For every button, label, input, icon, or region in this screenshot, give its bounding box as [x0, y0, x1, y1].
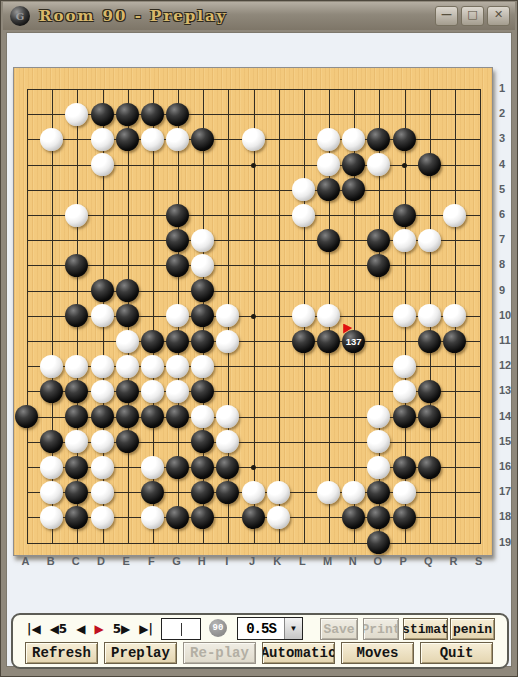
save-button[interactable]: Save [320, 618, 358, 640]
stone-white [393, 304, 416, 327]
column-label: G [169, 555, 185, 567]
stone-white [191, 229, 214, 252]
stone-black [166, 456, 189, 479]
playback-last-button[interactable]: ▶| [139, 620, 153, 638]
stone-black [191, 380, 214, 403]
column-label: L [294, 555, 310, 567]
stone-white [141, 456, 164, 479]
stone-black [393, 456, 416, 479]
move-number-input[interactable] [161, 618, 201, 640]
moves-button[interactable]: Moves [341, 642, 414, 664]
stone-white [141, 506, 164, 529]
action-buttons-row: RefreshPreplayRe-playAutomaticMovesQuit [25, 642, 493, 664]
refresh-button[interactable]: Refresh [25, 642, 98, 664]
row-label: 16 [499, 460, 511, 472]
stone-white [91, 456, 114, 479]
column-label: Q [420, 555, 436, 567]
round-badge: 90 [209, 619, 227, 637]
stone-white [443, 204, 466, 227]
stone-white [91, 304, 114, 327]
stone-white [191, 355, 214, 378]
star-point [251, 314, 256, 319]
row-label: 3 [499, 132, 505, 144]
row-label: 17 [499, 485, 511, 497]
stone-white [393, 481, 416, 504]
playback-back-5-button[interactable]: ◀5 [50, 620, 68, 638]
stone-black [393, 204, 416, 227]
stone-white [292, 304, 315, 327]
preplay-button[interactable]: Preplay [104, 642, 177, 664]
column-label: M [320, 555, 336, 567]
maximize-button[interactable]: □ [461, 6, 484, 26]
column-label: K [269, 555, 285, 567]
window-title: Room 90 - Preplay [39, 7, 227, 25]
stimat-button[interactable]: stimat [403, 618, 448, 640]
delay-value: 0.5S [238, 618, 284, 639]
row-label: 2 [499, 107, 505, 119]
column-label: B [43, 555, 59, 567]
quit-button[interactable]: Quit [420, 642, 493, 664]
stone-black [367, 531, 390, 554]
row-label: 11 [499, 334, 511, 346]
stone-black [65, 456, 88, 479]
stone-white [40, 128, 63, 151]
stone-black [418, 456, 441, 479]
column-label: C [68, 555, 84, 567]
stone-black [393, 128, 416, 151]
stone-black [166, 405, 189, 428]
stone-black [418, 330, 441, 353]
row-label: 15 [499, 435, 511, 447]
stone-white [242, 481, 265, 504]
stone-black [166, 229, 189, 252]
column-label: F [143, 555, 159, 567]
stone-white [418, 229, 441, 252]
row-label: 18 [499, 510, 511, 522]
stone-black [141, 405, 164, 428]
stone-black [141, 103, 164, 126]
stone-white [40, 506, 63, 529]
stone-black [418, 153, 441, 176]
row-label: 7 [499, 233, 505, 245]
row-label: 14 [499, 410, 511, 422]
stone-black [393, 506, 416, 529]
column-label: H [194, 555, 210, 567]
stone-black [317, 229, 340, 252]
stone-white [91, 355, 114, 378]
stone-black [191, 481, 214, 504]
stone-white [91, 128, 114, 151]
stone-black [418, 405, 441, 428]
stone-white [317, 481, 340, 504]
window-controls: — □ ✕ [435, 6, 510, 26]
stone-white [267, 481, 290, 504]
stone-white [292, 178, 315, 201]
stone-white [418, 304, 441, 327]
stone-black [367, 229, 390, 252]
row-label: 19 [499, 536, 511, 548]
row-label: 13 [499, 384, 511, 396]
go-board[interactable]: 137 [13, 67, 493, 556]
stone-white [166, 355, 189, 378]
title-bar[interactable]: G Room 90 - Preplay — □ ✕ [3, 2, 515, 30]
star-point [251, 163, 256, 168]
column-label: I [219, 555, 235, 567]
row-label: 8 [499, 258, 505, 270]
stone-black [342, 506, 365, 529]
row-label: 5 [499, 183, 505, 195]
stone-black [317, 330, 340, 353]
stone-white [40, 481, 63, 504]
minimize-button[interactable]: — [435, 6, 458, 26]
stone-black [166, 330, 189, 353]
automatic-button[interactable]: Automatic [262, 642, 335, 664]
column-label: N [345, 555, 361, 567]
stone-white [40, 456, 63, 479]
column-label: P [395, 555, 411, 567]
stone-white [393, 380, 416, 403]
row-label: 12 [499, 359, 511, 371]
playback-controls: |◀◀5◀▶5▶▶| [27, 620, 153, 638]
client-area: 137 ABCDEFGHIJKLMNOPQRS 1234567891011121… [6, 32, 512, 667]
stone-white [191, 254, 214, 277]
stone-white [292, 204, 315, 227]
stone-white [393, 229, 416, 252]
stone-black [91, 103, 114, 126]
stone-white [40, 355, 63, 378]
go-stone-icon[interactable]: G [10, 6, 30, 26]
stone-white [242, 128, 265, 151]
stone-black [65, 481, 88, 504]
stone-white [342, 481, 365, 504]
stone-white [317, 128, 340, 151]
stone-black [91, 405, 114, 428]
stone-black [15, 405, 38, 428]
delay-select[interactable]: 0.5S ▼ [237, 617, 303, 640]
stone-black [216, 456, 239, 479]
stone-black [191, 456, 214, 479]
stone-white [91, 481, 114, 504]
row-label: 6 [499, 208, 505, 220]
playback-forward-1-button[interactable]: ▶ [94, 620, 103, 638]
stone-black [393, 405, 416, 428]
row-label: 9 [499, 284, 505, 296]
column-label: E [118, 555, 134, 567]
stone-black [91, 279, 114, 302]
stone-white [65, 355, 88, 378]
row-labels: 12345678910111213141516171819 [497, 67, 515, 554]
row-label: 1 [499, 82, 505, 94]
stone-white [65, 204, 88, 227]
stone-white [65, 103, 88, 126]
stone-white [91, 430, 114, 453]
star-point [402, 163, 407, 168]
stone-white [116, 355, 139, 378]
stone-black [292, 330, 315, 353]
stone-black [166, 506, 189, 529]
playback-first-button[interactable]: |◀ [27, 620, 41, 638]
stone-black [216, 481, 239, 504]
stone-white [166, 128, 189, 151]
stone-black [191, 330, 214, 353]
icon-letter: G [16, 11, 25, 22]
stone-black [116, 103, 139, 126]
stone-black [367, 481, 390, 504]
stone-black [166, 103, 189, 126]
stone-black [116, 279, 139, 302]
row-label: 4 [499, 158, 505, 170]
column-label: S [471, 555, 487, 567]
star-point [251, 465, 256, 470]
stone-white [367, 456, 390, 479]
stone-black [443, 330, 466, 353]
stone-white [91, 506, 114, 529]
stone-black [116, 405, 139, 428]
control-panel: |◀◀5◀▶5▶▶| 90 0.5S ▼ SavePrintstimatpeni… [11, 613, 509, 669]
stone-white [141, 380, 164, 403]
stone-white [91, 380, 114, 403]
stone-black [116, 128, 139, 151]
column-label: A [18, 555, 34, 567]
last-move-number: 137 [342, 330, 365, 353]
stone-white [141, 355, 164, 378]
stone-white [393, 355, 416, 378]
app-window: G Room 90 - Preplay — □ ✕ 137 ABCDEFGHIJ… [0, 0, 518, 677]
stone-white [91, 153, 114, 176]
close-button[interactable]: ✕ [487, 6, 510, 26]
column-label: J [244, 555, 260, 567]
stone-white [267, 506, 290, 529]
stone-black [40, 380, 63, 403]
column-label: D [93, 555, 109, 567]
stone-white [116, 330, 139, 353]
stone-black [116, 380, 139, 403]
re-play-button[interactable]: Re-play [183, 642, 256, 664]
stone-black [141, 481, 164, 504]
stone-black [191, 506, 214, 529]
stone-white [342, 128, 365, 151]
column-labels: ABCDEFGHIJKLMNOPQRS [13, 555, 491, 569]
print-button[interactable]: Print [363, 618, 399, 640]
column-label: O [370, 555, 386, 567]
column-label: R [445, 555, 461, 567]
chevron-down-icon[interactable]: ▼ [284, 618, 302, 639]
stone-black [418, 380, 441, 403]
stone-black [141, 330, 164, 353]
stone-white [317, 153, 340, 176]
row-label: 10 [499, 309, 511, 321]
stone-white [216, 330, 239, 353]
stone-black [116, 430, 139, 453]
playback-forward-5-button[interactable]: 5▶ [113, 620, 131, 638]
stone-white [166, 380, 189, 403]
stone-black [116, 304, 139, 327]
stone-black [166, 204, 189, 227]
stone-black [191, 128, 214, 151]
text-cursor [181, 623, 182, 636]
penin-button[interactable]: penin [450, 618, 495, 640]
stone-black [242, 506, 265, 529]
stone-black: 137 [342, 330, 365, 353]
stone-white [141, 128, 164, 151]
playback-back-1-button[interactable]: ◀ [76, 620, 85, 638]
stone-black [166, 254, 189, 277]
